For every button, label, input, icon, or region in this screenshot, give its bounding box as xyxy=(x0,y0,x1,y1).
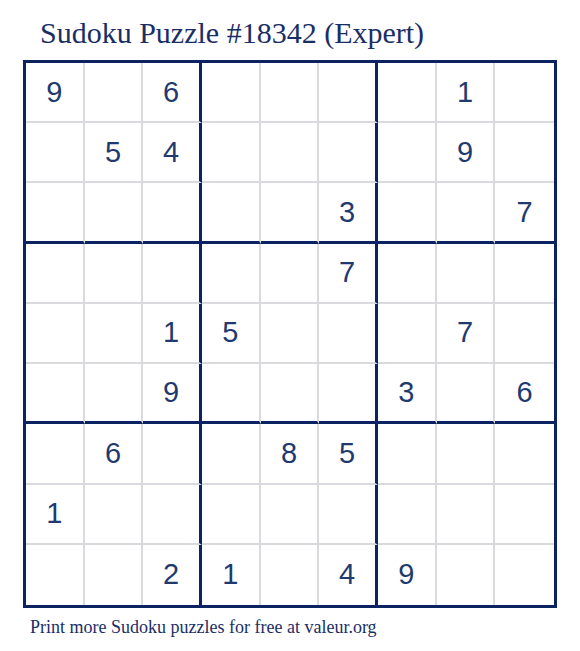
sudoku-cell-r9c9 xyxy=(495,545,554,605)
sudoku-cell-r3c1 xyxy=(26,183,85,243)
sudoku-cell-r9c1 xyxy=(26,545,85,605)
sudoku-cell-r7c4 xyxy=(202,424,261,484)
sudoku-cell-r3c5 xyxy=(261,183,320,243)
sudoku-cell-r4c3 xyxy=(143,244,202,304)
footer-text: Print more Sudoku puzzles for free at va… xyxy=(30,617,377,638)
sudoku-cell-r8c4 xyxy=(202,485,261,545)
sudoku-cell-r2c5 xyxy=(261,123,320,183)
sudoku-cell-r1c8: 1 xyxy=(437,63,496,123)
sudoku-cell-r5c8: 7 xyxy=(437,304,496,364)
page-title: Sudoku Puzzle #18342 (Expert) xyxy=(40,16,424,50)
sudoku-board: 96154937715793668512149 xyxy=(23,60,557,608)
sudoku-cell-r6c4 xyxy=(202,364,261,424)
sudoku-cell-r1c9 xyxy=(495,63,554,123)
sudoku-cell-r6c5 xyxy=(261,364,320,424)
sudoku-cell-r9c3: 2 xyxy=(143,545,202,605)
sudoku-cell-r3c6: 3 xyxy=(319,183,378,243)
sudoku-cell-r4c5 xyxy=(261,244,320,304)
sudoku-cell-r7c1 xyxy=(26,424,85,484)
sudoku-cell-r1c4 xyxy=(202,63,261,123)
sudoku-cell-r5c7 xyxy=(378,304,437,364)
sudoku-cell-r8c6 xyxy=(319,485,378,545)
sudoku-cell-r5c1 xyxy=(26,304,85,364)
sudoku-cell-r2c3: 4 xyxy=(143,123,202,183)
sudoku-cell-r3c2 xyxy=(85,183,144,243)
sudoku-cell-r8c8 xyxy=(437,485,496,545)
sudoku-cell-r1c1: 9 xyxy=(26,63,85,123)
sudoku-cell-r6c1 xyxy=(26,364,85,424)
sudoku-cell-r4c2 xyxy=(85,244,144,304)
sudoku-cell-r1c7 xyxy=(378,63,437,123)
sudoku-cell-r8c3 xyxy=(143,485,202,545)
sudoku-cell-r9c5 xyxy=(261,545,320,605)
sudoku-cell-r8c5 xyxy=(261,485,320,545)
sudoku-cell-r3c8 xyxy=(437,183,496,243)
sudoku-cell-r8c2 xyxy=(85,485,144,545)
sudoku-cell-r1c3: 6 xyxy=(143,63,202,123)
sudoku-cell-r8c9 xyxy=(495,485,554,545)
sudoku-cell-r4c8 xyxy=(437,244,496,304)
sudoku-cell-r9c2 xyxy=(85,545,144,605)
sudoku-cell-r2c6 xyxy=(319,123,378,183)
sudoku-cell-r6c7: 3 xyxy=(378,364,437,424)
sudoku-cell-r7c2: 6 xyxy=(85,424,144,484)
sudoku-cell-r5c3: 1 xyxy=(143,304,202,364)
sudoku-cell-r6c9: 6 xyxy=(495,364,554,424)
sudoku-page: Sudoku Puzzle #18342 (Expert) 9615493771… xyxy=(0,0,580,651)
sudoku-cell-r9c8 xyxy=(437,545,496,605)
sudoku-cell-r7c3 xyxy=(143,424,202,484)
sudoku-cell-r5c5 xyxy=(261,304,320,364)
sudoku-cell-r6c3: 9 xyxy=(143,364,202,424)
sudoku-cell-r5c9 xyxy=(495,304,554,364)
sudoku-cell-r1c5 xyxy=(261,63,320,123)
sudoku-cell-r7c6: 5 xyxy=(319,424,378,484)
sudoku-cell-r4c6: 7 xyxy=(319,244,378,304)
sudoku-cell-r7c5: 8 xyxy=(261,424,320,484)
sudoku-cell-r5c6 xyxy=(319,304,378,364)
sudoku-cell-r1c2 xyxy=(85,63,144,123)
sudoku-cell-r3c9: 7 xyxy=(495,183,554,243)
sudoku-cell-r2c1 xyxy=(26,123,85,183)
sudoku-cell-r5c2 xyxy=(85,304,144,364)
sudoku-cell-r6c2 xyxy=(85,364,144,424)
sudoku-cell-r1c6 xyxy=(319,63,378,123)
sudoku-cell-r5c4: 5 xyxy=(202,304,261,364)
sudoku-cell-r9c7: 9 xyxy=(378,545,437,605)
sudoku-cell-r9c6: 4 xyxy=(319,545,378,605)
sudoku-cell-r6c8 xyxy=(437,364,496,424)
sudoku-cell-r4c1 xyxy=(26,244,85,304)
sudoku-cell-r8c1: 1 xyxy=(26,485,85,545)
sudoku-cell-r8c7 xyxy=(378,485,437,545)
sudoku-cell-r7c9 xyxy=(495,424,554,484)
sudoku-cell-r3c7 xyxy=(378,183,437,243)
sudoku-cell-r4c7 xyxy=(378,244,437,304)
sudoku-cell-r2c4 xyxy=(202,123,261,183)
sudoku-cell-r4c4 xyxy=(202,244,261,304)
sudoku-cell-r7c8 xyxy=(437,424,496,484)
sudoku-cell-r3c3 xyxy=(143,183,202,243)
sudoku-cell-r2c9 xyxy=(495,123,554,183)
sudoku-cell-r3c4 xyxy=(202,183,261,243)
sudoku-cell-r9c4: 1 xyxy=(202,545,261,605)
sudoku-cell-r2c2: 5 xyxy=(85,123,144,183)
sudoku-cell-r2c8: 9 xyxy=(437,123,496,183)
sudoku-cell-r7c7 xyxy=(378,424,437,484)
sudoku-cell-r6c6 xyxy=(319,364,378,424)
sudoku-cell-r4c9 xyxy=(495,244,554,304)
sudoku-cell-r2c7 xyxy=(378,123,437,183)
